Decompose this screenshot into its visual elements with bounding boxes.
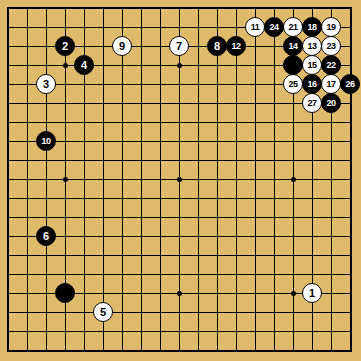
move-number: 6 [43, 231, 49, 242]
stone-move-4[interactable]: 4 [74, 55, 94, 75]
move-number: 5 [100, 307, 106, 318]
move-number: 14 [288, 42, 297, 51]
move-number: 1 [309, 288, 315, 299]
stone-move-19[interactable]: 19 [321, 17, 341, 37]
move-number: 23 [326, 42, 335, 51]
stone-move-21[interactable]: 21 [283, 17, 303, 37]
move-number: 3 [43, 79, 49, 90]
go-board[interactable]: 1234567891011121314151617181920212223242… [0, 0, 361, 361]
move-number: 15 [307, 61, 316, 70]
move-number: 8 [214, 41, 220, 52]
move-number: 27 [307, 99, 316, 108]
stone-move-26[interactable]: 26 [340, 74, 360, 94]
move-number: 9 [119, 41, 125, 52]
move-number: 13 [307, 42, 316, 51]
move-number: 11 [251, 23, 260, 32]
move-number: 26 [345, 80, 354, 89]
move-number: 7 [176, 41, 182, 52]
stone-move-1[interactable]: 1 [302, 283, 322, 303]
stone-move-18[interactable]: 18 [302, 17, 322, 37]
stone-move-13[interactable]: 13 [302, 36, 322, 56]
stones-grid: 1234567891011121314151617181920212223242… [0, 0, 360, 360]
stone-move-5[interactable]: 5 [93, 302, 113, 322]
stone-move-16[interactable]: 16 [302, 74, 322, 94]
move-number: 10 [41, 137, 50, 146]
stone-move-8[interactable]: 8 [207, 36, 227, 56]
stone-move-10[interactable]: 10 [36, 131, 56, 151]
stone-move-7[interactable]: 7 [169, 36, 189, 56]
stone-handicap-black[interactable] [283, 55, 303, 75]
stone-move-27[interactable]: 27 [302, 93, 322, 113]
stone-move-15[interactable]: 15 [302, 55, 322, 75]
stone-move-6[interactable]: 6 [36, 226, 56, 246]
move-number: 25 [288, 80, 297, 89]
stone-move-23[interactable]: 23 [321, 36, 341, 56]
stone-move-2[interactable]: 2 [55, 36, 75, 56]
stone-move-24[interactable]: 24 [264, 17, 284, 37]
move-number: 21 [288, 23, 297, 32]
stone-move-20[interactable]: 20 [321, 93, 341, 113]
stone-move-9[interactable]: 9 [112, 36, 132, 56]
stone-move-12[interactable]: 12 [226, 36, 246, 56]
move-number: 4 [81, 60, 87, 71]
stone-handicap-black[interactable] [55, 283, 75, 303]
stone-move-22[interactable]: 22 [321, 55, 341, 75]
move-number: 2 [62, 41, 68, 52]
stone-move-17[interactable]: 17 [321, 74, 341, 94]
stone-move-14[interactable]: 14 [283, 36, 303, 56]
move-number: 22 [326, 61, 335, 70]
move-number: 19 [326, 23, 335, 32]
move-number: 17 [326, 80, 335, 89]
stone-move-3[interactable]: 3 [36, 74, 56, 94]
move-number: 18 [307, 23, 316, 32]
move-number: 16 [307, 80, 316, 89]
stone-move-11[interactable]: 11 [245, 17, 265, 37]
move-number: 20 [326, 99, 335, 108]
move-number: 24 [269, 23, 278, 32]
stone-move-25[interactable]: 25 [283, 74, 303, 94]
move-number: 12 [231, 42, 240, 51]
